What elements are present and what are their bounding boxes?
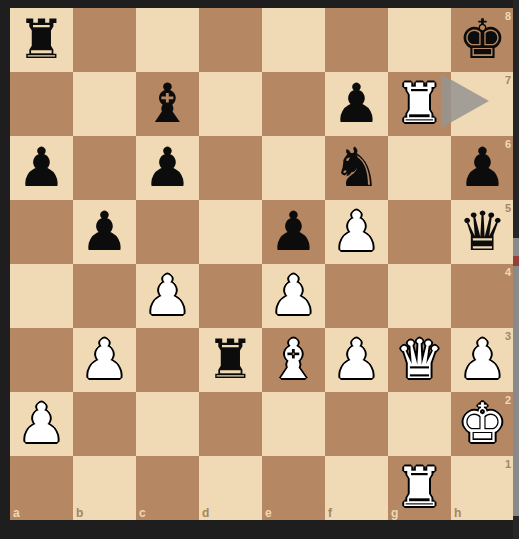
square-c5[interactable] bbox=[136, 200, 199, 264]
black-pawn-e5[interactable]: ♟ bbox=[262, 200, 325, 264]
file-label-d: d bbox=[202, 507, 209, 519]
square-a6[interactable]: ♟ bbox=[10, 136, 73, 200]
file-label-f: f bbox=[328, 507, 332, 519]
square-g6[interactable] bbox=[388, 136, 451, 200]
file-label-h: h bbox=[454, 507, 461, 519]
square-d7[interactable] bbox=[199, 72, 262, 136]
square-h4[interactable]: 4 bbox=[451, 264, 514, 328]
square-h1[interactable]: 1h bbox=[451, 456, 514, 520]
black-pawn-a6[interactable]: ♟ bbox=[10, 136, 73, 200]
square-h8[interactable]: ♚8 bbox=[451, 8, 514, 72]
white-queen-g3[interactable]: ♛ bbox=[388, 328, 451, 392]
square-b7[interactable] bbox=[73, 72, 136, 136]
square-g3[interactable]: ♛ bbox=[388, 328, 451, 392]
white-bishop-e3[interactable]: ♝ bbox=[262, 328, 325, 392]
square-h3[interactable]: ♟3 bbox=[451, 328, 514, 392]
square-h5[interactable]: ♛5 bbox=[451, 200, 514, 264]
square-f5[interactable]: ♟ bbox=[325, 200, 388, 264]
square-d6[interactable] bbox=[199, 136, 262, 200]
white-pawn-f5[interactable]: ♟ bbox=[325, 200, 388, 264]
black-pawn-c6[interactable]: ♟ bbox=[136, 136, 199, 200]
square-g1[interactable]: ♜g bbox=[388, 456, 451, 520]
chess-app-window: ♜♚8♝♟♜7♟♟♞♟6♟♟♟♛5♟♟4♟♜♝♟♛♟3♟♚2abcdef♜g1h bbox=[0, 0, 519, 539]
square-e3[interactable]: ♝ bbox=[262, 328, 325, 392]
file-label-b: b bbox=[76, 507, 83, 519]
file-label-a: a bbox=[13, 507, 20, 519]
square-b3[interactable]: ♟ bbox=[73, 328, 136, 392]
square-a4[interactable] bbox=[10, 264, 73, 328]
square-e1[interactable]: e bbox=[262, 456, 325, 520]
square-h2[interactable]: ♚2 bbox=[451, 392, 514, 456]
square-c3[interactable] bbox=[136, 328, 199, 392]
white-pawn-f3[interactable]: ♟ bbox=[325, 328, 388, 392]
square-f3[interactable]: ♟ bbox=[325, 328, 388, 392]
rank-label-5: 5 bbox=[505, 202, 511, 214]
square-c8[interactable] bbox=[136, 8, 199, 72]
square-f2[interactable] bbox=[325, 392, 388, 456]
square-g2[interactable] bbox=[388, 392, 451, 456]
square-f7[interactable]: ♟ bbox=[325, 72, 388, 136]
square-a2[interactable]: ♟ bbox=[10, 392, 73, 456]
square-f1[interactable]: f bbox=[325, 456, 388, 520]
square-e6[interactable] bbox=[262, 136, 325, 200]
square-b8[interactable] bbox=[73, 8, 136, 72]
square-c2[interactable] bbox=[136, 392, 199, 456]
square-c6[interactable]: ♟ bbox=[136, 136, 199, 200]
white-pawn-b3[interactable]: ♟ bbox=[73, 328, 136, 392]
scrollbar-marker bbox=[513, 256, 519, 266]
square-e2[interactable] bbox=[262, 392, 325, 456]
file-label-e: e bbox=[265, 507, 272, 519]
square-e4[interactable]: ♟ bbox=[262, 264, 325, 328]
square-g4[interactable] bbox=[388, 264, 451, 328]
square-b2[interactable] bbox=[73, 392, 136, 456]
square-d1[interactable]: d bbox=[199, 456, 262, 520]
square-a1[interactable]: a bbox=[10, 456, 73, 520]
square-e5[interactable]: ♟ bbox=[262, 200, 325, 264]
rank-label-6: 6 bbox=[505, 138, 511, 150]
square-f6[interactable]: ♞ bbox=[325, 136, 388, 200]
black-pawn-b5[interactable]: ♟ bbox=[73, 200, 136, 264]
white-pawn-e4[interactable]: ♟ bbox=[262, 264, 325, 328]
square-b6[interactable] bbox=[73, 136, 136, 200]
square-b5[interactable]: ♟ bbox=[73, 200, 136, 264]
square-d3[interactable]: ♜ bbox=[199, 328, 262, 392]
square-g5[interactable] bbox=[388, 200, 451, 264]
black-rook-d3[interactable]: ♜ bbox=[199, 328, 262, 392]
square-e8[interactable] bbox=[262, 8, 325, 72]
square-c7[interactable]: ♝ bbox=[136, 72, 199, 136]
black-knight-f6[interactable]: ♞ bbox=[325, 136, 388, 200]
square-e7[interactable] bbox=[262, 72, 325, 136]
rank-label-2: 2 bbox=[505, 394, 511, 406]
square-d8[interactable] bbox=[199, 8, 262, 72]
rank-label-4: 4 bbox=[505, 266, 511, 278]
square-d4[interactable] bbox=[199, 264, 262, 328]
square-b4[interactable] bbox=[73, 264, 136, 328]
square-h6[interactable]: ♟6 bbox=[451, 136, 514, 200]
square-f8[interactable] bbox=[325, 8, 388, 72]
square-c4[interactable]: ♟ bbox=[136, 264, 199, 328]
square-a3[interactable] bbox=[10, 328, 73, 392]
black-pawn-f7[interactable]: ♟ bbox=[325, 72, 388, 136]
square-a8[interactable]: ♜ bbox=[10, 8, 73, 72]
black-rook-a8[interactable]: ♜ bbox=[10, 8, 73, 72]
white-pawn-c4[interactable]: ♟ bbox=[136, 264, 199, 328]
window-right-edge bbox=[513, 0, 519, 539]
square-d5[interactable] bbox=[199, 200, 262, 264]
file-label-g: g bbox=[391, 507, 398, 519]
square-a7[interactable] bbox=[10, 72, 73, 136]
square-a5[interactable] bbox=[10, 200, 73, 264]
rank-label-7: 7 bbox=[505, 74, 511, 86]
square-d2[interactable] bbox=[199, 392, 262, 456]
file-label-c: c bbox=[139, 507, 146, 519]
square-f4[interactable] bbox=[325, 264, 388, 328]
black-bishop-c7[interactable]: ♝ bbox=[136, 72, 199, 136]
hint-arrow-icon bbox=[441, 74, 489, 128]
chess-board: ♜♚8♝♟♜7♟♟♞♟6♟♟♟♛5♟♟4♟♜♝♟♛♟3♟♚2abcdef♜g1h bbox=[10, 8, 514, 520]
square-b1[interactable]: b bbox=[73, 456, 136, 520]
square-g8[interactable] bbox=[388, 8, 451, 72]
rank-label-8: 8 bbox=[505, 10, 511, 22]
rank-label-1: 1 bbox=[505, 458, 511, 470]
rank-label-3: 3 bbox=[505, 330, 511, 342]
scrollbar-track[interactable] bbox=[513, 238, 519, 516]
square-c1[interactable]: c bbox=[136, 456, 199, 520]
white-pawn-a2[interactable]: ♟ bbox=[10, 392, 73, 456]
